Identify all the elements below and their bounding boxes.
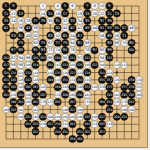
move-number: 26 bbox=[18, 19, 23, 23]
white-stone: 40 bbox=[62, 25, 69, 32]
white-stone: 66 bbox=[84, 39, 91, 46]
move-number: 99 bbox=[107, 48, 112, 52]
white-stone: 50 bbox=[32, 32, 39, 39]
move-number: 52 bbox=[55, 34, 60, 38]
move-number: 180 bbox=[3, 108, 9, 112]
white-stone: 144 bbox=[62, 84, 69, 91]
move-number: 101 bbox=[129, 48, 135, 52]
black-stone: 57 bbox=[121, 25, 128, 32]
move-number: 81 bbox=[78, 41, 83, 45]
move-number: 40 bbox=[63, 26, 68, 30]
black-stone: 187 bbox=[39, 91, 46, 98]
white-stone: 16 bbox=[54, 10, 61, 17]
move-number: 64 bbox=[70, 41, 75, 45]
move-number: 150 bbox=[99, 85, 105, 89]
black-stone: 195 bbox=[121, 91, 128, 98]
move-number: 129 bbox=[3, 71, 9, 75]
black-stone: 229 bbox=[113, 113, 120, 120]
white-stone: 92 bbox=[76, 54, 83, 61]
move-number: 168 bbox=[25, 100, 31, 104]
black-stone: 239 bbox=[54, 121, 61, 128]
move-number: 105 bbox=[33, 56, 39, 60]
move-number: 62 bbox=[48, 41, 53, 45]
black-stone: 179 bbox=[128, 84, 135, 91]
white-stone: 90 bbox=[62, 54, 69, 61]
move-number: 197 bbox=[129, 93, 135, 97]
black-stone: 97 bbox=[91, 47, 98, 54]
black-stone: 231 bbox=[121, 113, 128, 120]
move-number: 143 bbox=[3, 78, 9, 82]
black-stone: 173 bbox=[84, 84, 91, 91]
move-number: 14 bbox=[41, 12, 46, 16]
move-number: 60 bbox=[33, 41, 38, 45]
white-stone: 48 bbox=[25, 32, 32, 39]
move-number: 2 bbox=[42, 4, 44, 8]
black-stone: 227 bbox=[99, 113, 106, 120]
move-number: 24 bbox=[11, 19, 16, 23]
black-stone: 193 bbox=[106, 91, 113, 98]
move-number: 154 bbox=[11, 93, 17, 97]
black-stone: 1 bbox=[2, 2, 9, 9]
move-number: 80 bbox=[100, 48, 105, 52]
move-number: 201 bbox=[18, 100, 24, 104]
black-stone: 75 bbox=[39, 39, 46, 46]
move-number: 67 bbox=[78, 34, 83, 38]
move-number: 237 bbox=[47, 122, 53, 126]
move-number: 245 bbox=[99, 122, 105, 126]
move-number: 87 bbox=[11, 48, 16, 52]
white-stone: 82 bbox=[10, 54, 17, 61]
move-number: 103 bbox=[3, 56, 9, 60]
white-stone: 192 bbox=[128, 106, 135, 113]
move-number: 32 bbox=[63, 19, 68, 23]
black-stone: 49 bbox=[84, 25, 91, 32]
move-number: 151 bbox=[62, 78, 68, 82]
black-stone: 115 bbox=[106, 54, 113, 61]
move-number: 57 bbox=[122, 26, 127, 30]
move-number: 251 bbox=[62, 130, 68, 134]
move-number: 25 bbox=[4, 19, 9, 23]
move-number: 215 bbox=[11, 108, 17, 112]
move-number: 186 bbox=[62, 108, 68, 112]
black-stone: 141 bbox=[99, 69, 106, 76]
white-stone: 140 bbox=[17, 84, 24, 91]
move-number: 36 bbox=[18, 26, 23, 30]
move-number: 83 bbox=[107, 41, 112, 45]
move-number: 261 bbox=[77, 137, 83, 141]
move-number: 30 bbox=[48, 19, 53, 23]
white-stone: 30 bbox=[47, 17, 54, 24]
black-stone: 27 bbox=[32, 17, 39, 24]
move-number: 49 bbox=[85, 26, 90, 30]
white-stone: 216 bbox=[106, 121, 113, 128]
move-number: 172 bbox=[47, 100, 53, 104]
black-stone: 233 bbox=[25, 121, 32, 128]
move-number: 37 bbox=[100, 19, 105, 23]
move-number: 124 bbox=[107, 71, 113, 75]
white-stone: 176 bbox=[113, 99, 120, 106]
black-stone: 17 bbox=[62, 10, 69, 17]
move-number: 121 bbox=[47, 63, 53, 67]
black-stone: 215 bbox=[10, 106, 17, 113]
white-stone: 8 bbox=[91, 2, 98, 9]
white-stone: 12 bbox=[10, 10, 17, 17]
move-number: 108 bbox=[99, 63, 105, 67]
move-number: 122 bbox=[77, 71, 83, 75]
black-stone: 71 bbox=[121, 32, 128, 39]
move-number: 241 bbox=[70, 122, 76, 126]
move-number: 162 bbox=[84, 93, 90, 97]
move-number: 199 bbox=[11, 100, 17, 104]
white-stone: 212 bbox=[62, 121, 69, 128]
white-stone: 74 bbox=[54, 47, 61, 54]
move-number: 140 bbox=[18, 85, 24, 89]
move-number: 76 bbox=[70, 48, 75, 52]
move-number: 164 bbox=[114, 93, 120, 97]
white-stone: 186 bbox=[62, 106, 69, 113]
move-number: 148 bbox=[92, 85, 98, 89]
white-stone: 170 bbox=[39, 99, 46, 106]
white-stone: 32 bbox=[62, 17, 69, 24]
black-stone: 159 bbox=[128, 76, 135, 83]
black-stone: 259 bbox=[69, 135, 76, 142]
white-stone: 132 bbox=[69, 76, 76, 83]
move-number: 209 bbox=[99, 100, 105, 104]
move-number: 88 bbox=[48, 56, 53, 60]
white-stone: 14 bbox=[39, 10, 46, 17]
move-number: 46 bbox=[129, 26, 134, 30]
move-number: 195 bbox=[121, 93, 127, 97]
black-stone: 185 bbox=[32, 91, 39, 98]
black-stone: 117 bbox=[2, 62, 9, 69]
move-number: 137 bbox=[70, 71, 76, 75]
black-stone: 247 bbox=[32, 128, 39, 135]
black-stone: 41 bbox=[2, 25, 9, 32]
move-number: 253 bbox=[77, 130, 83, 134]
move-number: 56 bbox=[100, 34, 105, 38]
move-number: 139 bbox=[84, 71, 90, 75]
black-stone: 105 bbox=[32, 54, 39, 61]
white-stone: 158 bbox=[54, 91, 61, 98]
white-stone: 174 bbox=[84, 99, 91, 106]
black-stone: 77 bbox=[54, 39, 61, 46]
black-stone: 153 bbox=[76, 76, 83, 83]
black-stone: 39 bbox=[106, 17, 113, 24]
white-stone: 60 bbox=[32, 39, 39, 46]
white-stone: 26 bbox=[17, 17, 24, 24]
white-stone: 18 bbox=[76, 10, 83, 17]
black-stone: 93 bbox=[39, 47, 46, 54]
move-number: 111 bbox=[70, 56, 76, 60]
white-stone: 24 bbox=[10, 17, 17, 24]
move-number: 58 bbox=[115, 34, 120, 38]
white-stone: 130 bbox=[54, 76, 61, 83]
white-stone: 148 bbox=[91, 84, 98, 91]
white-stone: 54 bbox=[69, 32, 76, 39]
white-stone: 146 bbox=[76, 84, 83, 91]
move-number: 43 bbox=[26, 26, 31, 30]
move-number: 73 bbox=[18, 41, 23, 45]
move-number: 71 bbox=[122, 34, 127, 38]
move-number: 210 bbox=[40, 122, 46, 126]
black-stone: 183 bbox=[17, 91, 24, 98]
white-stone: 166 bbox=[135, 91, 142, 98]
white-stone: 56 bbox=[99, 32, 106, 39]
move-number: 190 bbox=[121, 108, 127, 112]
move-number: 212 bbox=[62, 122, 68, 126]
white-stone: 108 bbox=[99, 62, 106, 69]
white-stone: 72 bbox=[47, 47, 54, 54]
move-number: 117 bbox=[3, 63, 9, 67]
move-number: 19 bbox=[85, 12, 90, 16]
white-stone: 118 bbox=[47, 69, 54, 76]
white-stone: 190 bbox=[121, 106, 128, 113]
move-number: 184 bbox=[33, 108, 39, 112]
black-stone: 31 bbox=[54, 17, 61, 24]
black-stone: 95 bbox=[62, 47, 69, 54]
move-number: 31 bbox=[55, 19, 60, 23]
white-stone: 112 bbox=[121, 62, 128, 69]
move-number: 69 bbox=[107, 34, 112, 38]
black-stone: 165 bbox=[25, 84, 32, 91]
white-stone: 128 bbox=[32, 76, 39, 83]
black-stone: 155 bbox=[99, 76, 106, 83]
move-number: 160 bbox=[70, 93, 76, 97]
white-stone: 204 bbox=[69, 113, 76, 120]
black-stone: 103 bbox=[2, 54, 9, 61]
move-number: 33 bbox=[70, 19, 75, 23]
black-stone: 121 bbox=[47, 62, 54, 69]
move-number: 118 bbox=[47, 71, 53, 75]
move-number: 155 bbox=[99, 78, 105, 82]
black-stone: 29 bbox=[39, 17, 46, 24]
move-number: 127 bbox=[92, 63, 98, 67]
black-stone: 45 bbox=[54, 25, 61, 32]
white-stone: 68 bbox=[113, 39, 120, 46]
move-number: 110 bbox=[114, 63, 120, 67]
black-stone: 109 bbox=[54, 54, 61, 61]
black-stone: 7 bbox=[84, 2, 91, 9]
white-stone: 198 bbox=[47, 113, 54, 120]
black-stone: 225 bbox=[84, 113, 91, 120]
move-number: 179 bbox=[129, 85, 135, 89]
move-number: 96 bbox=[11, 63, 16, 67]
move-number: 10 bbox=[100, 4, 105, 8]
move-number: 5 bbox=[64, 4, 66, 8]
black-stone: 5 bbox=[62, 2, 69, 9]
move-number: 157 bbox=[107, 78, 113, 82]
move-number: 11 bbox=[4, 12, 9, 16]
black-stone: 161 bbox=[2, 84, 9, 91]
move-number: 203 bbox=[33, 100, 39, 104]
go-app-window: 1324567810911121314151617181920222123252… bbox=[0, 0, 150, 150]
move-number: 130 bbox=[55, 78, 61, 82]
black-stone: 73 bbox=[17, 39, 24, 46]
white-stone: 116 bbox=[32, 69, 39, 76]
white-stone: 4 bbox=[54, 2, 61, 9]
move-number: 20 bbox=[92, 12, 97, 16]
move-number: 216 bbox=[107, 122, 113, 126]
black-stone: 55 bbox=[113, 25, 120, 32]
black-stone: 11 bbox=[2, 10, 9, 17]
move-number: 133 bbox=[25, 71, 31, 75]
move-number: 198 bbox=[47, 115, 53, 119]
move-number: 38 bbox=[33, 26, 38, 30]
white-stone: 36 bbox=[17, 25, 24, 32]
black-stone: 147 bbox=[25, 76, 32, 83]
black-stone: 61 bbox=[17, 32, 24, 39]
move-number: 106 bbox=[84, 63, 90, 67]
move-number: 239 bbox=[55, 122, 61, 126]
move-number: 204 bbox=[70, 115, 76, 119]
black-stone: 249 bbox=[54, 128, 61, 135]
move-number: 182 bbox=[18, 108, 24, 112]
black-stone: 209 bbox=[99, 99, 106, 106]
move-number: 152 bbox=[136, 85, 142, 89]
black-stone: 113 bbox=[84, 54, 91, 61]
black-stone: 15 bbox=[47, 10, 54, 17]
move-number: 208 bbox=[92, 115, 98, 119]
move-number: 66 bbox=[85, 41, 90, 45]
move-number: 175 bbox=[107, 85, 113, 89]
move-number: 22 bbox=[100, 12, 105, 16]
move-number: 74 bbox=[55, 48, 60, 52]
move-number: 3 bbox=[12, 4, 14, 8]
move-number: 116 bbox=[33, 71, 39, 75]
move-number: 176 bbox=[114, 100, 120, 104]
move-number: 141 bbox=[99, 71, 105, 75]
move-number: 39 bbox=[107, 19, 112, 23]
move-number: 16 bbox=[55, 12, 60, 16]
move-number: 213 bbox=[129, 100, 135, 104]
move-number: 77 bbox=[55, 41, 60, 45]
move-number: 170 bbox=[40, 100, 46, 104]
black-stone: 131 bbox=[10, 69, 17, 76]
white-stone: 80 bbox=[99, 47, 106, 54]
go-board[interactable]: 1324567810911121314151617181920222123252… bbox=[0, 0, 148, 148]
move-number: 93 bbox=[41, 48, 46, 52]
move-number: 191 bbox=[77, 93, 83, 97]
black-stone: 257 bbox=[99, 128, 106, 135]
move-number: 65 bbox=[63, 34, 68, 38]
black-stone: 19 bbox=[84, 10, 91, 17]
move-number: 156 bbox=[25, 93, 31, 97]
black-stone: 163 bbox=[10, 84, 17, 91]
black-stone: 237 bbox=[47, 121, 54, 128]
white-stone: 214 bbox=[91, 121, 98, 128]
move-number: 173 bbox=[84, 85, 90, 89]
black-stone: 51 bbox=[99, 25, 106, 32]
move-number: 167 bbox=[33, 85, 39, 89]
move-number: 177 bbox=[121, 85, 127, 89]
white-stone: 62 bbox=[47, 39, 54, 46]
move-number: 84 bbox=[18, 56, 23, 60]
move-number: 28 bbox=[26, 19, 31, 23]
white-stone: 84 bbox=[17, 54, 24, 61]
move-number: 193 bbox=[107, 93, 113, 97]
black-stone: 169 bbox=[54, 84, 61, 91]
black-stone: 261 bbox=[76, 135, 83, 142]
move-number: 1 bbox=[5, 4, 7, 8]
move-number: 59 bbox=[11, 34, 16, 38]
move-number: 233 bbox=[25, 122, 31, 126]
move-number: 214 bbox=[92, 122, 98, 126]
white-stone: 70 bbox=[121, 39, 128, 46]
move-number: 89 bbox=[18, 48, 23, 52]
move-number: 85 bbox=[129, 41, 134, 45]
white-stone: 180 bbox=[2, 106, 9, 113]
black-stone: 35 bbox=[84, 17, 91, 24]
move-number: 42 bbox=[78, 26, 83, 30]
black-stone: 85 bbox=[128, 39, 135, 46]
move-number: 55 bbox=[115, 26, 120, 30]
white-stone: 134 bbox=[84, 76, 91, 83]
move-number: 35 bbox=[85, 19, 90, 23]
move-number: 120 bbox=[62, 71, 68, 75]
move-number: 231 bbox=[121, 115, 127, 119]
black-stone: 37 bbox=[99, 17, 106, 24]
black-stone: 111 bbox=[69, 54, 76, 61]
black-stone: 91 bbox=[32, 47, 39, 54]
move-number: 112 bbox=[121, 63, 127, 67]
move-number: 225 bbox=[84, 115, 90, 119]
white-stone: 136 bbox=[113, 76, 120, 83]
black-stone: 101 bbox=[128, 47, 135, 54]
white-stone: 154 bbox=[10, 91, 17, 98]
white-stone: 160 bbox=[69, 91, 76, 98]
move-number: 200 bbox=[55, 115, 61, 119]
black-stone: 137 bbox=[69, 69, 76, 76]
move-number: 181 bbox=[3, 93, 9, 97]
white-stone: 138 bbox=[135, 76, 142, 83]
move-number: 75 bbox=[41, 41, 46, 45]
black-stone: 99 bbox=[106, 47, 113, 54]
move-number: 72 bbox=[48, 48, 53, 52]
move-number: 82 bbox=[11, 56, 16, 60]
black-stone: 205 bbox=[54, 99, 61, 106]
white-stone: 86 bbox=[25, 54, 32, 61]
move-number: 135 bbox=[55, 71, 61, 75]
move-number: 183 bbox=[18, 93, 24, 97]
move-number: 63 bbox=[48, 34, 53, 38]
move-number: 102 bbox=[55, 63, 61, 67]
black-stone: 33 bbox=[69, 17, 76, 24]
black-stone: 167 bbox=[32, 84, 39, 91]
white-stone: 102 bbox=[54, 62, 61, 69]
move-number: 92 bbox=[78, 56, 83, 60]
move-number: 18 bbox=[78, 12, 83, 16]
white-stone: 182 bbox=[17, 106, 24, 113]
move-number: 188 bbox=[77, 108, 83, 112]
black-stone: 9 bbox=[106, 2, 113, 9]
black-stone: 23 bbox=[113, 10, 120, 17]
black-stone: 89 bbox=[17, 47, 24, 54]
move-number: 132 bbox=[70, 78, 76, 82]
move-number: 54 bbox=[70, 34, 75, 38]
black-stone: 69 bbox=[106, 32, 113, 39]
white-stone: 46 bbox=[128, 25, 135, 32]
white-stone: 164 bbox=[113, 91, 120, 98]
black-stone: 253 bbox=[76, 128, 83, 135]
black-stone: 3 bbox=[10, 2, 17, 9]
move-number: 68 bbox=[115, 41, 120, 45]
white-stone: 34 bbox=[76, 17, 83, 24]
move-number: 207 bbox=[70, 100, 76, 104]
move-number: 109 bbox=[55, 56, 61, 60]
black-stone: 107 bbox=[39, 54, 46, 61]
move-number: 257 bbox=[99, 130, 105, 134]
white-stone: 168 bbox=[25, 99, 32, 106]
